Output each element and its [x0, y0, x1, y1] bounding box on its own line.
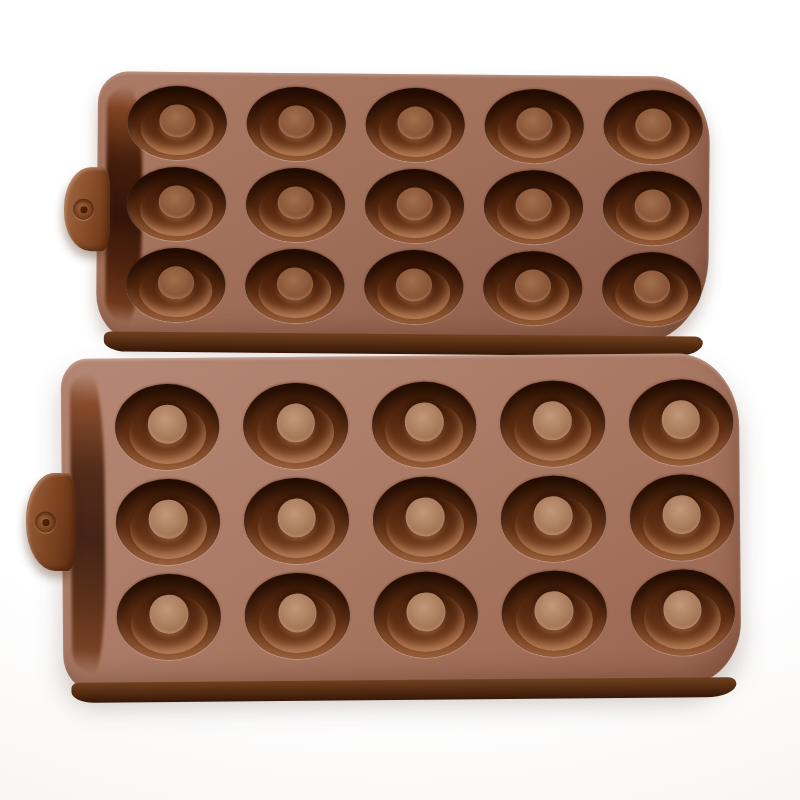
donut-cavity: [127, 167, 227, 242]
donut-cavity: [629, 474, 734, 561]
donut-cavity: [373, 571, 478, 658]
donut-cavity: [501, 475, 606, 562]
cavity-center-post: [278, 594, 317, 633]
cavity-center-post: [514, 269, 551, 303]
donut-cavity: [116, 479, 221, 566]
donut-cavity: [243, 382, 348, 469]
cavity-center-post: [397, 106, 434, 140]
photo-background: [0, 0, 800, 800]
cavity-center-post: [149, 500, 188, 539]
cavity-center-post: [634, 189, 671, 223]
mold-tray-top: [96, 71, 710, 344]
donut-cavity: [602, 252, 702, 327]
mold-tray-bottom: [61, 353, 742, 691]
cavity-center-post: [534, 497, 573, 536]
cavity-center-post: [158, 185, 195, 219]
cavity-center-post: [395, 268, 432, 302]
cavity-center-post: [159, 104, 196, 138]
cavity-center-post: [396, 187, 433, 221]
donut-cavity: [115, 384, 220, 471]
cavity-center-post: [535, 592, 574, 631]
cavity-center-post: [148, 405, 187, 444]
donut-cavity: [245, 249, 345, 324]
cavity-center-post: [633, 270, 670, 304]
cavity-center-post: [278, 105, 315, 139]
cavity-center-post: [515, 188, 552, 222]
donut-cavity: [502, 570, 607, 657]
donut-cavity: [365, 88, 465, 163]
donut-cavity: [126, 248, 226, 323]
donut-cavity: [246, 87, 346, 162]
donut-cavity: [244, 477, 349, 564]
tray-snap-tab: [64, 167, 111, 251]
cavity-center-post: [405, 498, 444, 537]
cavity-center-post: [150, 595, 189, 634]
donut-cavity: [628, 379, 733, 466]
cavity-center-post: [661, 400, 700, 439]
donut-cavity: [484, 89, 584, 164]
cavity-grid: [126, 86, 703, 327]
cavity-center-post: [533, 402, 572, 441]
tray-snap-tab: [26, 473, 77, 571]
cavity-center-post: [276, 404, 315, 443]
tab-dimple: [73, 199, 94, 220]
cavity-center-post: [276, 267, 313, 301]
donut-cavity: [245, 572, 350, 659]
cavity-center-post: [516, 107, 553, 141]
donut-cavity: [246, 168, 346, 243]
donut-cavity: [372, 381, 477, 468]
donut-cavity: [484, 170, 584, 245]
tab-dimple: [35, 512, 56, 533]
cavity-center-post: [277, 186, 314, 220]
donut-cavity: [364, 250, 464, 325]
donut-cavity: [365, 169, 465, 244]
cavity-center-post: [405, 403, 444, 442]
donut-cavity: [127, 86, 227, 161]
cavity-center-post: [662, 495, 701, 534]
donut-cavity: [603, 171, 703, 246]
cavity-center-post: [663, 590, 702, 629]
cavity-grid: [115, 379, 735, 660]
cavity-center-post: [635, 108, 672, 142]
donut-cavity: [116, 574, 221, 661]
donut-cavity: [372, 476, 477, 563]
donut-cavity: [630, 569, 735, 656]
cavity-center-post: [157, 266, 194, 300]
cavity-center-post: [406, 593, 445, 632]
donut-cavity: [603, 90, 703, 165]
donut-cavity: [500, 380, 605, 467]
cavity-center-post: [277, 499, 316, 538]
donut-cavity: [483, 251, 583, 326]
